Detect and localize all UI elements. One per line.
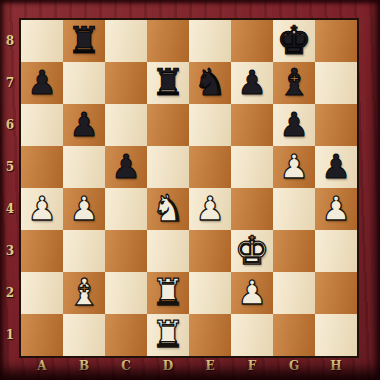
square-d6[interactable] bbox=[147, 104, 189, 146]
file-label-b: B bbox=[63, 356, 105, 378]
square-b1[interactable] bbox=[63, 314, 105, 356]
black-rook-b8[interactable]: ♜ bbox=[67, 22, 100, 59]
file-label-h: H bbox=[315, 356, 357, 378]
square-f5[interactable] bbox=[231, 146, 273, 188]
square-g3[interactable] bbox=[273, 230, 315, 272]
file-labels: ABCDEFGH bbox=[21, 356, 357, 378]
square-d3[interactable] bbox=[147, 230, 189, 272]
square-c6[interactable] bbox=[105, 104, 147, 146]
square-h2[interactable] bbox=[315, 272, 357, 314]
black-pawn-g6[interactable]: ♟ bbox=[279, 108, 309, 141]
square-f3[interactable]: ♚ bbox=[231, 230, 273, 272]
black-pawn-c5[interactable]: ♟ bbox=[111, 150, 141, 183]
black-king-g8[interactable]: ♚ bbox=[277, 21, 312, 60]
black-pawn-b6[interactable]: ♟ bbox=[69, 108, 99, 141]
square-f6[interactable] bbox=[231, 104, 273, 146]
square-a3[interactable] bbox=[21, 230, 63, 272]
rank-labels: 87654321 bbox=[0, 20, 20, 356]
white-king-f3[interactable]: ♚ bbox=[235, 231, 270, 270]
file-label-g: G bbox=[273, 356, 315, 378]
square-g2[interactable] bbox=[273, 272, 315, 314]
square-b3[interactable] bbox=[63, 230, 105, 272]
square-f1[interactable] bbox=[231, 314, 273, 356]
white-pawn-g5[interactable]: ♟ bbox=[279, 150, 309, 183]
square-c1[interactable] bbox=[105, 314, 147, 356]
square-e3[interactable] bbox=[189, 230, 231, 272]
square-h3[interactable] bbox=[315, 230, 357, 272]
file-label-c: C bbox=[105, 356, 147, 378]
square-d4[interactable]: ♞ bbox=[147, 188, 189, 230]
rank-label-1: 1 bbox=[0, 314, 20, 356]
black-pawn-h5[interactable]: ♟ bbox=[321, 150, 351, 183]
square-c7[interactable] bbox=[105, 62, 147, 104]
square-a5[interactable] bbox=[21, 146, 63, 188]
square-e7[interactable]: ♞ bbox=[189, 62, 231, 104]
square-h5[interactable]: ♟ bbox=[315, 146, 357, 188]
square-g8[interactable]: ♚ bbox=[273, 20, 315, 62]
square-d8[interactable] bbox=[147, 20, 189, 62]
square-a4[interactable]: ♟ bbox=[21, 188, 63, 230]
white-rook-d1[interactable]: ♜ bbox=[151, 316, 184, 353]
white-rook-d2[interactable]: ♜ bbox=[151, 274, 184, 311]
file-label-d: D bbox=[147, 356, 189, 378]
rank-label-6: 6 bbox=[0, 104, 20, 146]
black-pawn-a7[interactable]: ♟ bbox=[27, 66, 57, 99]
square-c8[interactable] bbox=[105, 20, 147, 62]
square-a7[interactable]: ♟ bbox=[21, 62, 63, 104]
black-rook-d7[interactable]: ♜ bbox=[151, 64, 184, 101]
square-h8[interactable] bbox=[315, 20, 357, 62]
board-frame: 87654321 ABCDEFGH ♜♚♟♜♞♟♝♟♟♟♟♟♟♟♞♟♟♚♝♜♟♜ bbox=[0, 0, 380, 380]
white-bishop-b2[interactable]: ♝ bbox=[67, 274, 100, 311]
square-c3[interactable] bbox=[105, 230, 147, 272]
file-label-f: F bbox=[231, 356, 273, 378]
square-b7[interactable] bbox=[63, 62, 105, 104]
square-b8[interactable]: ♜ bbox=[63, 20, 105, 62]
square-e8[interactable] bbox=[189, 20, 231, 62]
square-e5[interactable] bbox=[189, 146, 231, 188]
square-d2[interactable]: ♜ bbox=[147, 272, 189, 314]
square-e4[interactable]: ♟ bbox=[189, 188, 231, 230]
square-a8[interactable] bbox=[21, 20, 63, 62]
square-b2[interactable]: ♝ bbox=[63, 272, 105, 314]
square-a2[interactable] bbox=[21, 272, 63, 314]
white-knight-d4[interactable]: ♞ bbox=[151, 190, 184, 227]
square-a1[interactable] bbox=[21, 314, 63, 356]
square-d5[interactable] bbox=[147, 146, 189, 188]
rank-label-4: 4 bbox=[0, 188, 20, 230]
square-d7[interactable]: ♜ bbox=[147, 62, 189, 104]
black-bishop-g7[interactable]: ♝ bbox=[277, 64, 310, 101]
square-e6[interactable] bbox=[189, 104, 231, 146]
square-f7[interactable]: ♟ bbox=[231, 62, 273, 104]
square-h7[interactable] bbox=[315, 62, 357, 104]
square-e2[interactable] bbox=[189, 272, 231, 314]
square-h4[interactable]: ♟ bbox=[315, 188, 357, 230]
square-c4[interactable] bbox=[105, 188, 147, 230]
square-f2[interactable]: ♟ bbox=[231, 272, 273, 314]
white-pawn-h4[interactable]: ♟ bbox=[321, 192, 351, 225]
rank-label-5: 5 bbox=[0, 146, 20, 188]
square-g6[interactable]: ♟ bbox=[273, 104, 315, 146]
square-g7[interactable]: ♝ bbox=[273, 62, 315, 104]
file-label-e: E bbox=[189, 356, 231, 378]
square-c5[interactable]: ♟ bbox=[105, 146, 147, 188]
square-c2[interactable] bbox=[105, 272, 147, 314]
square-f8[interactable] bbox=[231, 20, 273, 62]
square-h6[interactable] bbox=[315, 104, 357, 146]
rank-label-2: 2 bbox=[0, 272, 20, 314]
black-knight-e7[interactable]: ♞ bbox=[193, 64, 226, 101]
square-b5[interactable] bbox=[63, 146, 105, 188]
file-label-a: A bbox=[21, 356, 63, 378]
square-d1[interactable]: ♜ bbox=[147, 314, 189, 356]
chess-board: ♜♚♟♜♞♟♝♟♟♟♟♟♟♟♞♟♟♚♝♜♟♜ bbox=[21, 20, 357, 356]
square-g4[interactable] bbox=[273, 188, 315, 230]
rank-label-8: 8 bbox=[0, 20, 20, 62]
square-b4[interactable]: ♟ bbox=[63, 188, 105, 230]
black-pawn-f7[interactable]: ♟ bbox=[237, 66, 267, 99]
rank-label-3: 3 bbox=[0, 230, 20, 272]
square-e1[interactable] bbox=[189, 314, 231, 356]
white-pawn-e4[interactable]: ♟ bbox=[195, 192, 225, 225]
white-pawn-f2[interactable]: ♟ bbox=[237, 276, 267, 309]
rank-label-7: 7 bbox=[0, 62, 20, 104]
square-h1[interactable] bbox=[315, 314, 357, 356]
square-b6[interactable]: ♟ bbox=[63, 104, 105, 146]
square-g1[interactable] bbox=[273, 314, 315, 356]
square-f4[interactable] bbox=[231, 188, 273, 230]
white-pawn-a4[interactable]: ♟ bbox=[27, 192, 57, 225]
square-g5[interactable]: ♟ bbox=[273, 146, 315, 188]
square-a6[interactable] bbox=[21, 104, 63, 146]
white-pawn-b4[interactable]: ♟ bbox=[69, 192, 99, 225]
